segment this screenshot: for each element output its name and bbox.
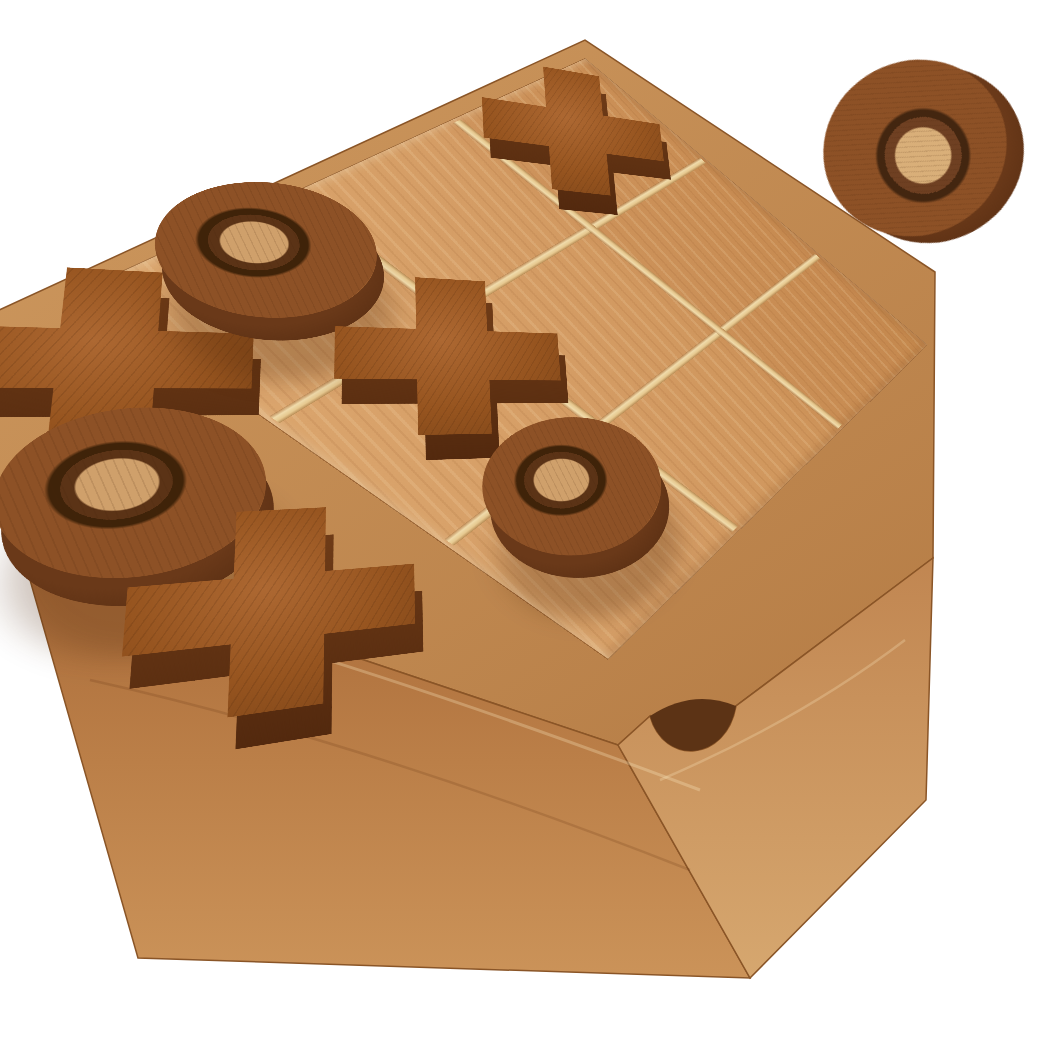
product-photo-stage: ✕○✕○✕✕○ ○	[0, 0, 1060, 1060]
